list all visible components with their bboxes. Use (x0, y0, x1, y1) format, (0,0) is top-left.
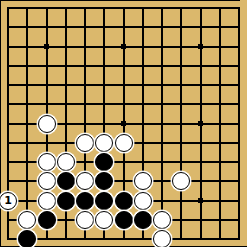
black-stone[interactable] (57, 172, 75, 190)
white-stone[interactable] (38, 192, 56, 210)
black-stone[interactable] (76, 192, 94, 210)
white-stone[interactable] (95, 134, 113, 152)
white-stone[interactable] (18, 211, 36, 229)
black-stone[interactable] (95, 192, 113, 210)
white-stone[interactable] (153, 230, 171, 247)
white-stone[interactable] (76, 134, 94, 152)
white-stone[interactable] (76, 172, 94, 190)
move-number-label: 1 (4, 195, 12, 206)
black-stone[interactable] (134, 211, 152, 229)
black-stone[interactable] (115, 192, 133, 210)
white-stone-move-1[interactable]: 1 (0, 192, 17, 210)
white-stone[interactable] (172, 172, 190, 190)
stone-grid: 1 (0, 0, 247, 247)
white-stone[interactable] (134, 192, 152, 210)
black-stone[interactable] (18, 230, 36, 247)
white-stone[interactable] (38, 115, 56, 133)
go-board-diagram[interactable]: 1 (0, 0, 247, 247)
white-stone[interactable] (115, 134, 133, 152)
black-stone[interactable] (95, 153, 113, 171)
black-stone[interactable] (57, 192, 75, 210)
black-stone[interactable] (115, 211, 133, 229)
white-stone[interactable] (38, 172, 56, 190)
white-stone[interactable] (76, 211, 94, 229)
white-stone[interactable] (57, 153, 75, 171)
black-stone[interactable] (38, 211, 56, 229)
white-stone[interactable] (38, 153, 56, 171)
black-stone[interactable] (95, 172, 113, 190)
white-stone[interactable] (153, 211, 171, 229)
white-stone[interactable] (134, 172, 152, 190)
white-stone[interactable] (95, 211, 113, 229)
